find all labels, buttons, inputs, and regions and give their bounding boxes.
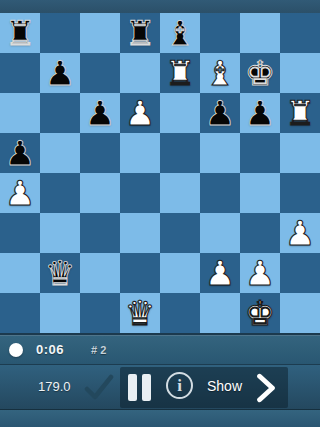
status-bar: 0:06 # 2 [0,335,320,364]
square-a4[interactable]: ♟ [0,173,40,213]
square-d8[interactable]: ♜ [120,13,160,53]
square-h5[interactable] [280,133,320,173]
square-e6[interactable] [160,93,200,133]
square-h1[interactable] [280,293,320,333]
puzzle-counter-label: # 2 [91,344,106,356]
square-g4[interactable] [240,173,280,213]
square-a1[interactable] [0,293,40,333]
square-h6[interactable]: ♜ [280,93,320,133]
square-f7[interactable]: ♝ [200,53,240,93]
square-a5[interactable]: ♟ [0,133,40,173]
piece-black-pawn[interactable]: ♟ [80,93,120,133]
square-h2[interactable] [280,253,320,293]
piece-black-pawn[interactable]: ♟ [200,93,240,133]
square-g3[interactable] [240,213,280,253]
piece-white-rook[interactable]: ♜ [280,93,320,133]
piece-black-rook[interactable]: ♜ [120,13,160,53]
square-a7[interactable] [0,53,40,93]
square-f5[interactable] [200,133,240,173]
piece-black-pawn[interactable]: ♟ [40,53,80,93]
piece-white-pawn[interactable]: ♟ [0,173,40,213]
square-a8[interactable]: ♜ [0,13,40,53]
square-e7[interactable]: ♜ [160,53,200,93]
square-g1[interactable]: ♚ [240,293,280,333]
square-e2[interactable] [160,253,200,293]
piece-white-pawn[interactable]: ♟ [240,253,280,293]
square-f4[interactable] [200,173,240,213]
square-b5[interactable] [40,133,80,173]
square-f2[interactable]: ♟ [200,253,240,293]
piece-black-bishop[interactable]: ♝ [160,13,200,53]
square-a2[interactable] [0,253,40,293]
next-chevron-icon[interactable] [254,373,278,403]
action-panel: i Show [120,367,288,408]
piece-white-pawn[interactable]: ♟ [120,93,160,133]
square-d2[interactable] [120,253,160,293]
piece-white-bishop[interactable]: ♝ [200,53,240,93]
info-button[interactable]: i [166,372,193,399]
piece-black-pawn[interactable]: ♟ [0,133,40,173]
square-c1[interactable] [80,293,120,333]
square-b1[interactable] [40,293,80,333]
piece-white-rook[interactable]: ♜ [160,53,200,93]
square-c6[interactable]: ♟ [80,93,120,133]
square-d5[interactable] [120,133,160,173]
square-b4[interactable] [40,173,80,213]
timer-label: 0:06 [36,342,64,357]
piece-white-queen[interactable]: ♛ [120,293,160,333]
checkmark-icon[interactable] [84,372,114,402]
pause-button[interactable] [128,374,158,401]
show-button[interactable]: Show [207,378,242,394]
piece-white-pawn[interactable]: ♟ [200,253,240,293]
square-h7[interactable] [280,53,320,93]
square-e5[interactable] [160,133,200,173]
square-b3[interactable] [40,213,80,253]
square-e3[interactable] [160,213,200,253]
top-margin-strip [0,0,320,13]
square-g6[interactable]: ♟ [240,93,280,133]
square-f3[interactable] [200,213,240,253]
bottom-margin-strip [0,409,320,427]
piece-black-king[interactable]: ♚ [240,53,280,93]
square-b8[interactable] [40,13,80,53]
square-g5[interactable] [240,133,280,173]
info-icon: i [177,376,182,395]
piece-white-king[interactable]: ♚ [240,293,280,333]
square-g7[interactable]: ♚ [240,53,280,93]
square-b7[interactable]: ♟ [40,53,80,93]
pause-icon [142,374,151,401]
piece-white-pawn[interactable]: ♟ [280,213,320,253]
chess-board[interactable]: ♜♜♝♟♜♝♚♟♟♟♟♜♟♟♟♛♟♟♛♚ [0,13,320,333]
square-c3[interactable] [80,213,120,253]
square-d6[interactable]: ♟ [120,93,160,133]
square-d3[interactable] [120,213,160,253]
square-c5[interactable] [80,133,120,173]
square-f8[interactable] [200,13,240,53]
square-b6[interactable] [40,93,80,133]
square-b2[interactable]: ♛ [40,253,80,293]
square-e8[interactable]: ♝ [160,13,200,53]
piece-black-rook[interactable]: ♜ [0,13,40,53]
piece-black-queen[interactable]: ♛ [40,253,80,293]
square-g2[interactable]: ♟ [240,253,280,293]
square-f6[interactable]: ♟ [200,93,240,133]
square-c2[interactable] [80,253,120,293]
square-h3[interactable]: ♟ [280,213,320,253]
turn-indicator-dot [9,343,23,357]
square-h8[interactable] [280,13,320,53]
score-label: 179.0 [38,379,71,394]
square-c4[interactable] [80,173,120,213]
square-c7[interactable] [80,53,120,93]
square-a6[interactable] [0,93,40,133]
square-h4[interactable] [280,173,320,213]
square-f1[interactable] [200,293,240,333]
square-d7[interactable] [120,53,160,93]
square-d1[interactable]: ♛ [120,293,160,333]
control-bar: 179.0 i Show [0,364,320,409]
square-e4[interactable] [160,173,200,213]
square-c8[interactable] [80,13,120,53]
square-a3[interactable] [0,213,40,253]
square-d4[interactable] [120,173,160,213]
square-g8[interactable] [240,13,280,53]
square-e1[interactable] [160,293,200,333]
pause-icon [128,374,137,401]
app-screen: ♜♜♝♟♜♝♚♟♟♟♟♜♟♟♟♛♟♟♛♚ 0:06 # 2 179.0 i Sh… [0,0,320,427]
piece-black-pawn[interactable]: ♟ [240,93,280,133]
